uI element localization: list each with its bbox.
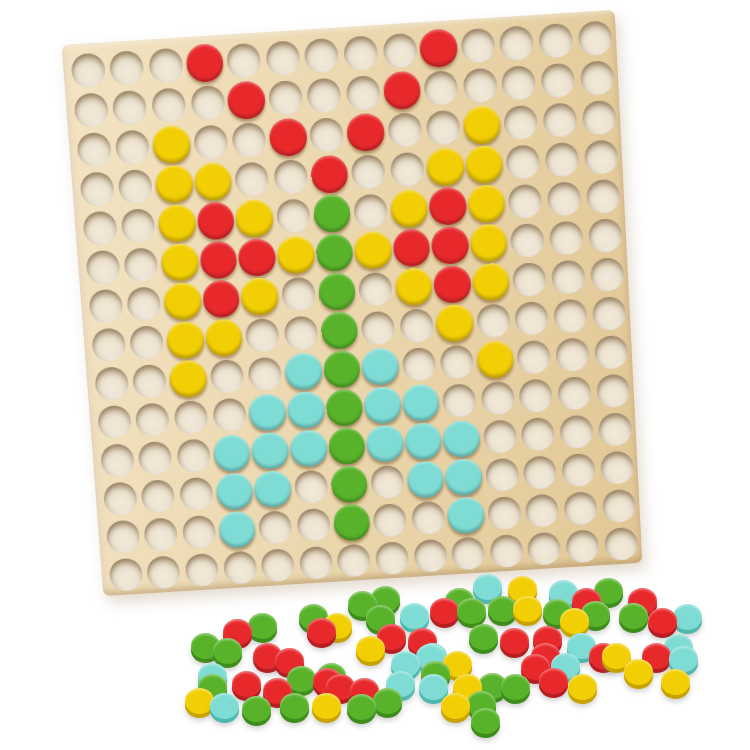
board-hole[interactable] [596,374,630,409]
board-disc-cyan[interactable] [404,422,442,460]
pile-disc-green[interactable] [373,688,402,714]
board-hole[interactable] [423,70,458,106]
board-disc-red[interactable] [419,28,458,68]
board-disc-yellow[interactable] [169,359,208,397]
board-cell [190,121,232,163]
board-hole[interactable] [519,378,554,413]
board-hole[interactable] [555,337,590,372]
board-hole[interactable] [182,515,217,549]
board-hole[interactable] [268,80,303,116]
board-disc-yellow[interactable] [235,199,274,238]
board-hole[interactable] [413,539,447,573]
pile-disc-green[interactable] [280,693,309,719]
board-hole[interactable] [426,110,461,146]
board-disc-yellow[interactable] [426,147,465,186]
board-disc-yellow[interactable] [158,204,197,243]
board-hole[interactable] [592,296,627,331]
board-hole[interactable] [94,366,129,401]
board-hole[interactable] [112,90,148,126]
pile-disc-green[interactable] [248,613,277,639]
board-hole[interactable] [483,419,518,454]
board-cell [389,188,430,230]
board-cell [393,266,434,307]
board-cell [362,385,403,426]
board-disc-red[interactable] [227,80,266,119]
board-hole[interactable] [70,53,106,89]
pile-disc-cyan[interactable] [419,674,448,700]
board-disc-cyan[interactable] [213,434,252,472]
pile-disc-red[interactable] [232,671,261,697]
board-cell [181,550,222,590]
board-hole[interactable] [304,38,339,74]
board-disc-yellow[interactable] [476,340,514,378]
board-cell [162,281,203,322]
board-disc-red[interactable] [196,201,235,240]
board-hole[interactable] [343,35,378,71]
board-disc-green[interactable] [315,233,354,272]
board-cell [273,195,314,237]
board-hole[interactable] [212,398,247,433]
board-cell [278,273,319,314]
board-cell [574,17,615,59]
pile-disc-yellow[interactable] [624,659,653,685]
board-cell [355,269,396,310]
board-cell [329,464,370,505]
board-disc-yellow[interactable] [152,125,191,164]
board-hole[interactable] [273,159,308,194]
board-hole[interactable] [557,376,592,411]
board-cell [226,79,268,121]
board-cell [498,62,539,104]
board-cell [91,363,132,404]
pile-disc-cyan[interactable] [673,604,702,630]
board-hole[interactable] [512,262,547,297]
board-cell [384,109,425,151]
board-disc-cyan[interactable] [248,393,287,431]
board-hole[interactable] [514,301,549,336]
board-disc-cyan[interactable] [251,432,290,470]
board-disc-yellow[interactable] [472,262,511,301]
board-hole[interactable] [559,415,593,450]
board-hole[interactable] [487,496,521,530]
board-hole[interactable] [283,315,318,350]
board-hole[interactable] [360,311,395,346]
board-hole[interactable] [577,20,612,56]
board-hole[interactable] [538,23,573,59]
board-hole[interactable] [549,220,584,255]
board-hole[interactable] [401,347,436,382]
board-hole[interactable] [411,501,446,535]
pile-disc-yellow[interactable] [185,688,214,714]
board-disc-red[interactable] [199,240,238,279]
board-cell [408,498,448,538]
pile-disc-red[interactable] [430,598,459,624]
board-cell [319,310,360,351]
board-hole[interactable] [179,477,214,511]
board-hole[interactable] [604,527,638,561]
board-hole[interactable] [480,381,515,416]
board-disc-cyan[interactable] [218,510,257,548]
board-cell [459,64,500,106]
board-hole[interactable] [261,548,296,582]
board-hole[interactable] [551,260,586,295]
board-disc-red[interactable] [433,265,472,304]
board-disc-green[interactable] [312,194,351,233]
board-hole[interactable] [100,443,135,477]
board-cell [126,322,167,363]
board-hole[interactable] [372,503,407,537]
board-hole[interactable] [296,508,331,542]
board-hole[interactable] [97,405,132,440]
board-disc-cyan[interactable] [363,386,401,424]
board-hole[interactable] [299,546,334,580]
board-hole[interactable] [193,124,228,159]
board-disc-yellow[interactable] [354,231,393,270]
board-hole[interactable] [121,208,156,243]
board-cell [537,59,578,101]
board-cell [94,402,135,443]
board-cell [381,69,422,111]
board-disc-yellow[interactable] [390,189,429,228]
board-disc-yellow[interactable] [435,304,474,343]
board-disc-red[interactable] [346,113,385,152]
board-cell [446,495,486,535]
board-cell [168,358,209,399]
board-hole[interactable] [127,286,162,321]
board-disc-green[interactable] [330,465,368,503]
board-hole[interactable] [563,491,597,525]
board-hole[interactable] [79,171,115,206]
board-cell [237,237,278,278]
board-hole[interactable] [184,553,219,587]
pile-disc-red[interactable] [307,618,336,644]
pile-disc-yellow[interactable] [513,596,542,622]
board-cell [509,259,550,300]
board-cell [234,198,275,240]
board-hole[interactable] [234,161,269,196]
board-cell [535,20,576,62]
board-hole[interactable] [387,112,422,148]
board-hole[interactable] [485,458,520,492]
board-hole[interactable] [176,438,211,472]
board-disc-red[interactable] [202,279,241,318]
board-hole[interactable] [144,517,179,551]
board-hole[interactable] [600,451,634,485]
board-hole[interactable] [265,40,301,76]
board-hole[interactable] [451,536,485,570]
board-disc-yellow[interactable] [160,243,199,282]
board-hole[interactable] [350,154,385,189]
board-disc-cyan[interactable] [447,496,485,534]
board-hole[interactable] [594,335,629,370]
board-cell [360,346,401,387]
pile-disc-cyan[interactable] [210,693,239,719]
pile-disc-green[interactable] [242,696,271,722]
board-hole[interactable] [523,455,557,489]
board-hole[interactable] [527,532,561,566]
board-hole[interactable] [579,60,614,96]
board-hole[interactable] [141,479,176,513]
board-cell [73,129,115,171]
board-hole[interactable] [132,364,167,399]
board-hole[interactable] [135,402,170,437]
board-hole[interactable] [231,122,266,157]
board-cell [562,526,602,566]
board-hole[interactable] [148,48,184,84]
board-cell [560,488,600,528]
board-hole[interactable] [542,102,577,138]
board-hole[interactable] [525,494,559,528]
pile-disc-red[interactable] [539,668,568,694]
board-hole[interactable] [583,139,618,174]
board-cell [306,114,347,156]
pile-disc-yellow[interactable] [356,636,385,662]
board-hole[interactable] [602,489,636,523]
board-disc-cyan[interactable] [406,460,444,498]
board-cell [484,493,524,533]
board-hole[interactable] [358,272,393,307]
board-disc-cyan[interactable] [284,352,323,390]
board-cell [201,278,242,319]
board-hole[interactable] [517,340,552,375]
board-hole[interactable] [146,555,181,589]
board-hole[interactable] [489,534,523,568]
board-cell [85,286,126,327]
board-cell [522,490,562,530]
pile-disc-red[interactable] [648,608,677,634]
board-disc-red[interactable] [429,186,468,225]
pile-disc-green[interactable] [469,624,498,650]
board-hole[interactable] [173,400,208,435]
board-cell [468,222,509,264]
board-disc-cyan[interactable] [287,391,326,429]
board-disc-yellow[interactable] [465,145,504,184]
pile-disc-yellow[interactable] [560,608,589,634]
board-hole[interactable] [103,482,138,516]
board-hole[interactable] [462,68,497,104]
board-cell [357,307,398,348]
board-cell [331,502,372,542]
board-cell [582,176,623,218]
board-cell [314,232,355,273]
board-cell [599,486,639,527]
board-cell [475,339,516,380]
pile-disc-green[interactable] [347,694,376,720]
board-cell [326,426,367,467]
board-disc-yellow[interactable] [395,267,434,306]
board-cell [334,540,374,580]
board-hole[interactable] [109,50,145,86]
board-cell [231,158,272,200]
board-hole[interactable] [88,289,123,324]
board-cell [220,547,261,587]
board-cell [285,390,326,431]
board-cell [554,373,594,414]
board-hole[interactable] [151,87,187,123]
pile-disc-yellow[interactable] [441,693,470,719]
board-cell [179,512,220,552]
pile-disc-green[interactable] [471,708,500,734]
board-hole[interactable] [504,105,539,141]
board-hole[interactable] [399,308,434,343]
board-cell [595,409,635,450]
board-cell [195,200,236,242]
board-hole[interactable] [581,100,616,136]
board-hole[interactable] [124,247,159,282]
board-cell [589,293,630,334]
board-hole[interactable] [118,169,154,204]
board-hole[interactable] [590,257,625,292]
board-cell [544,178,585,220]
board-cell [434,303,475,344]
board-disc-cyan[interactable] [361,347,400,385]
board-disc-cyan[interactable] [253,470,292,508]
board-hole[interactable] [440,345,475,380]
board-hole[interactable] [276,198,311,233]
board-disc-yellow[interactable] [467,184,506,223]
board-disc-cyan[interactable] [445,458,483,496]
board-hole[interactable] [258,510,293,544]
board-hole[interactable] [294,470,329,504]
board-cell [265,77,306,119]
board-cell [214,471,255,512]
board-hole[interactable] [138,441,173,475]
board-disc-red[interactable] [185,43,224,83]
board-cell [405,459,446,500]
board-disc-cyan[interactable] [366,424,404,462]
pile-disc-green[interactable] [213,638,242,664]
board-cell [345,111,386,153]
board-hole[interactable] [540,63,575,99]
board-disc-red[interactable] [268,117,307,156]
board-disc-yellow[interactable] [463,105,502,144]
board-hole[interactable] [226,43,262,79]
board-hole[interactable] [353,193,388,228]
pile-disc-green[interactable] [501,674,530,700]
pile-disc-green[interactable] [619,603,648,629]
board-hole[interactable] [370,465,405,499]
board-disc-cyan[interactable] [402,384,440,422]
board-hole[interactable] [565,529,599,563]
board-disc-yellow[interactable] [240,277,279,316]
pile-disc-green[interactable] [457,598,486,624]
board-disc-cyan[interactable] [289,429,328,467]
pile-disc-yellow[interactable] [312,693,341,719]
board-hole[interactable] [545,142,580,177]
board-hole[interactable] [585,179,620,214]
board-hole[interactable] [337,543,372,577]
board-disc-yellow[interactable] [194,162,233,201]
board-disc-green[interactable] [320,311,359,350]
board-hole[interactable] [245,318,280,353]
board-disc-yellow[interactable] [166,321,205,360]
board-hole[interactable] [442,383,477,418]
board-hole[interactable] [108,558,143,592]
board-hole[interactable] [506,144,541,179]
board-cell [486,531,526,571]
board-hole[interactable] [553,299,588,334]
board-disc-red[interactable] [392,228,431,267]
board-cell [576,57,617,99]
board-hole[interactable] [521,417,556,452]
board-hole[interactable] [510,223,545,258]
board-hole[interactable] [281,277,316,312]
board-disc-yellow[interactable] [155,164,194,203]
board-disc-yellow[interactable] [163,282,202,321]
board-disc-yellow[interactable] [276,235,315,274]
board-cell [82,247,123,288]
pile-disc-red[interactable] [500,628,529,654]
board-hole[interactable] [85,250,120,285]
board-hole[interactable] [222,551,257,585]
board-hole[interactable] [82,211,118,246]
board-cell [516,375,556,416]
board-cell [471,261,512,302]
board-disc-red[interactable] [383,70,422,109]
pile-disc-yellow[interactable] [661,669,690,695]
board-cell [369,500,409,540]
board-hole[interactable] [460,28,495,64]
pile-disc-yellow[interactable] [568,674,597,700]
board-hole[interactable] [209,359,244,394]
board-hole[interactable] [73,92,109,128]
board-hole[interactable] [561,453,595,487]
board-cell [242,315,283,356]
board-hole[interactable] [247,357,282,392]
board-disc-green[interactable] [327,427,365,465]
board-hole[interactable] [105,520,140,554]
board-cell [539,99,580,141]
board-disc-yellow[interactable] [470,223,509,262]
board-disc-green[interactable] [322,350,361,388]
board-cell [148,84,190,126]
board-disc-green[interactable] [332,503,370,541]
board-hole[interactable] [508,184,543,219]
board-disc-green[interactable] [325,388,364,426]
board-hole[interactable] [115,129,151,164]
board-cell [477,378,518,419]
board-disc-red[interactable] [431,226,470,265]
board-cell [309,153,350,195]
board-hole[interactable] [476,303,511,338]
board-hole[interactable] [76,132,112,167]
board-hole[interactable] [307,77,342,113]
board-hole[interactable] [598,412,632,447]
board-hole[interactable] [309,117,344,153]
board-hole[interactable] [547,181,582,216]
board-hole[interactable] [375,541,410,575]
board-hole[interactable] [587,218,622,253]
pile-disc-cyan[interactable] [400,603,429,629]
board-hole[interactable] [382,33,417,69]
board-hole[interactable] [129,325,164,360]
board-disc-red[interactable] [310,154,349,193]
board-cell [558,450,598,491]
board-disc-cyan[interactable] [215,472,254,510]
board-cell [252,469,293,510]
board-hole[interactable] [389,152,424,187]
board-disc-red[interactable] [238,238,277,277]
board-hole[interactable] [501,65,536,101]
board-hole[interactable] [499,25,534,61]
board-hole[interactable] [190,85,226,121]
board-disc-green[interactable] [317,272,356,311]
board-disc-yellow[interactable] [204,318,243,357]
board-hole[interactable] [91,328,126,363]
board-hole[interactable] [346,75,381,111]
board-disc-cyan[interactable] [442,420,480,458]
board-cell [217,509,258,549]
